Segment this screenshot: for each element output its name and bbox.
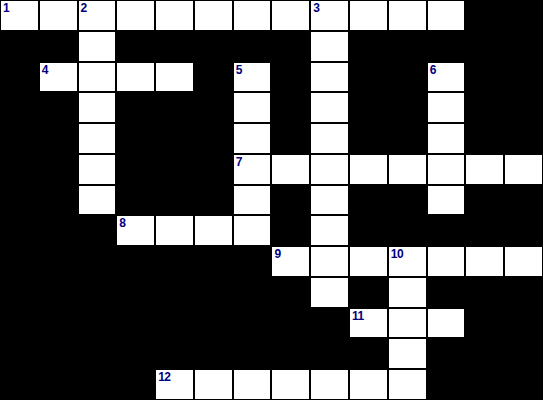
cell-r11c11[interactable] (388, 308, 427, 339)
block-r3c1 (0, 62, 39, 93)
block-r8c3 (78, 215, 117, 246)
cell-r13c11[interactable] (388, 369, 427, 400)
block-r7c10 (349, 185, 388, 216)
block-r2c2 (39, 31, 78, 62)
cell-r6c7[interactable]: 7 (233, 154, 272, 185)
cell-r8c7[interactable] (233, 215, 272, 246)
cell-r6c3[interactable] (78, 154, 117, 185)
block-r3c14 (504, 62, 543, 93)
block-r12c13 (465, 338, 504, 369)
cell-r6c13[interactable] (465, 154, 504, 185)
block-r11c3 (78, 308, 117, 339)
block-r13c3 (78, 369, 117, 400)
block-r10c14 (504, 277, 543, 308)
cell-r1c11[interactable] (388, 0, 427, 31)
block-r11c5 (155, 308, 194, 339)
block-r8c1 (0, 215, 39, 246)
block-r10c5 (155, 277, 194, 308)
cell-r13c10[interactable] (349, 369, 388, 400)
cell-r13c6[interactable] (194, 369, 233, 400)
cell-r3c9[interactable] (310, 62, 349, 93)
block-r3c13 (465, 62, 504, 93)
cell-r1c12[interactable] (427, 0, 466, 31)
block-r11c9 (310, 308, 349, 339)
block-r13c13 (465, 369, 504, 400)
cell-r10c11[interactable] (388, 277, 427, 308)
block-r4c8 (271, 92, 310, 123)
cell-r3c5[interactable] (155, 62, 194, 93)
cell-r3c4[interactable] (116, 62, 155, 93)
block-r2c13 (465, 31, 504, 62)
cell-r3c3[interactable] (78, 62, 117, 93)
block-r2c11 (388, 31, 427, 62)
block-r8c13 (465, 215, 504, 246)
block-r9c2 (39, 246, 78, 277)
block-r2c4 (116, 31, 155, 62)
crossword-puzzle: 123456789101112 (0, 0, 543, 400)
clue-number-5: 5 (236, 64, 242, 76)
cell-r9c14[interactable] (504, 246, 543, 277)
cell-r4c3[interactable] (78, 92, 117, 123)
block-r12c8 (271, 338, 310, 369)
cell-r4c7[interactable] (233, 92, 272, 123)
clue-number-11: 11 (352, 310, 364, 322)
block-r3c11 (388, 62, 427, 93)
block-r12c4 (116, 338, 155, 369)
block-r5c4 (116, 123, 155, 154)
block-r11c14 (504, 308, 543, 339)
cell-r6c9[interactable] (310, 154, 349, 185)
block-r4c10 (349, 92, 388, 123)
cell-r1c4[interactable] (116, 0, 155, 31)
block-r9c1 (0, 246, 39, 277)
block-r4c4 (116, 92, 155, 123)
block-r6c4 (116, 154, 155, 185)
block-r9c7 (233, 246, 272, 277)
block-r8c10 (349, 215, 388, 246)
block-r8c11 (388, 215, 427, 246)
cell-r1c10[interactable] (349, 0, 388, 31)
cell-r9c10[interactable] (349, 246, 388, 277)
block-r11c8 (271, 308, 310, 339)
block-r5c5 (155, 123, 194, 154)
cell-r11c12[interactable] (427, 308, 466, 339)
block-r1c14 (504, 0, 543, 31)
cell-r6c8[interactable] (271, 154, 310, 185)
block-r10c1 (0, 277, 39, 308)
block-r10c4 (116, 277, 155, 308)
block-r11c1 (0, 308, 39, 339)
block-r2c14 (504, 31, 543, 62)
cell-r10c9[interactable] (310, 277, 349, 308)
block-r11c13 (465, 308, 504, 339)
cell-r1c5[interactable] (155, 0, 194, 31)
clue-number-7: 7 (236, 156, 242, 168)
block-r10c6 (194, 277, 233, 308)
cell-r5c12[interactable] (427, 123, 466, 154)
block-r10c10 (349, 277, 388, 308)
cell-r1c8[interactable] (271, 0, 310, 31)
cell-r2c3[interactable] (78, 31, 117, 62)
block-r12c9 (310, 338, 349, 369)
cell-r1c2[interactable] (39, 0, 78, 31)
block-r4c13 (465, 92, 504, 123)
block-r5c11 (388, 123, 427, 154)
block-r12c6 (194, 338, 233, 369)
block-r5c13 (465, 123, 504, 154)
block-r8c14 (504, 215, 543, 246)
cell-r13c5[interactable]: 12 (155, 369, 194, 400)
block-r2c5 (155, 31, 194, 62)
block-r8c12 (427, 215, 466, 246)
block-r7c6 (194, 185, 233, 216)
block-r7c1 (0, 185, 39, 216)
cell-r5c3[interactable] (78, 123, 117, 154)
cell-r9c8[interactable]: 9 (271, 246, 310, 277)
block-r11c2 (39, 308, 78, 339)
block-r10c8 (271, 277, 310, 308)
block-r12c2 (39, 338, 78, 369)
clue-number-6: 6 (430, 64, 436, 76)
clue-number-2: 2 (81, 2, 87, 14)
cell-r8c5[interactable] (155, 215, 194, 246)
block-r7c8 (271, 185, 310, 216)
block-r4c5 (155, 92, 194, 123)
cell-r7c12[interactable] (427, 185, 466, 216)
block-r5c2 (39, 123, 78, 154)
cell-r3c12[interactable]: 6 (427, 62, 466, 93)
cell-r2c9[interactable] (310, 31, 349, 62)
cell-r1c1[interactable]: 1 (0, 0, 39, 31)
block-r5c10 (349, 123, 388, 154)
block-r5c6 (194, 123, 233, 154)
block-r13c1 (0, 369, 39, 400)
block-r3c8 (271, 62, 310, 93)
cell-r7c3[interactable] (78, 185, 117, 216)
block-r4c14 (504, 92, 543, 123)
cell-r13c8[interactable] (271, 369, 310, 400)
block-r2c7 (233, 31, 272, 62)
clue-number-4: 4 (42, 64, 48, 76)
block-r10c7 (233, 277, 272, 308)
cell-r13c9[interactable] (310, 369, 349, 400)
block-r1c13 (465, 0, 504, 31)
block-r6c2 (39, 154, 78, 185)
block-r5c14 (504, 123, 543, 154)
block-r7c13 (465, 185, 504, 216)
cell-r4c9[interactable] (310, 92, 349, 123)
block-r2c12 (427, 31, 466, 62)
block-r3c10 (349, 62, 388, 93)
block-r7c5 (155, 185, 194, 216)
cell-r5c9[interactable] (310, 123, 349, 154)
block-r13c12 (427, 369, 466, 400)
block-r7c14 (504, 185, 543, 216)
cell-r3c2[interactable]: 4 (39, 62, 78, 93)
cell-r11c10[interactable]: 11 (349, 308, 388, 339)
clue-number-10: 10 (391, 248, 403, 260)
cell-r5c7[interactable] (233, 123, 272, 154)
cell-r9c13[interactable] (465, 246, 504, 277)
block-r4c2 (39, 92, 78, 123)
block-r7c11 (388, 185, 427, 216)
block-r12c7 (233, 338, 272, 369)
block-r9c3 (78, 246, 117, 277)
block-r13c4 (116, 369, 155, 400)
cell-r1c7[interactable] (233, 0, 272, 31)
block-r12c14 (504, 338, 543, 369)
block-r10c12 (427, 277, 466, 308)
block-r4c6 (194, 92, 233, 123)
cell-r9c12[interactable] (427, 246, 466, 277)
block-r9c6 (194, 246, 233, 277)
crossword-grid: 123456789101112 (0, 0, 543, 400)
block-r2c1 (0, 31, 39, 62)
block-r5c1 (0, 123, 39, 154)
cell-r1c9[interactable]: 3 (310, 0, 349, 31)
block-r8c2 (39, 215, 78, 246)
clue-number-8: 8 (119, 217, 125, 229)
block-r13c14 (504, 369, 543, 400)
block-r7c2 (39, 185, 78, 216)
clue-number-3: 3 (313, 2, 319, 14)
block-r2c6 (194, 31, 233, 62)
cell-r6c11[interactable] (388, 154, 427, 185)
block-r12c12 (427, 338, 466, 369)
block-r12c10 (349, 338, 388, 369)
block-r10c13 (465, 277, 504, 308)
cell-r7c9[interactable] (310, 185, 349, 216)
clue-number-12: 12 (158, 371, 170, 383)
block-r6c6 (194, 154, 233, 185)
block-r4c11 (388, 92, 427, 123)
block-r8c8 (271, 215, 310, 246)
cell-r1c6[interactable] (194, 0, 233, 31)
block-r12c1 (0, 338, 39, 369)
cell-r6c12[interactable] (427, 154, 466, 185)
block-r4c1 (0, 92, 39, 123)
block-r3c6 (194, 62, 233, 93)
block-r11c7 (233, 308, 272, 339)
block-r11c6 (194, 308, 233, 339)
block-r12c5 (155, 338, 194, 369)
block-r10c2 (39, 277, 78, 308)
block-r9c5 (155, 246, 194, 277)
block-r12c3 (78, 338, 117, 369)
cell-r4c12[interactable] (427, 92, 466, 123)
clue-number-9: 9 (274, 248, 280, 260)
cell-r3c7[interactable]: 5 (233, 62, 272, 93)
block-r6c5 (155, 154, 194, 185)
cell-r6c10[interactable] (349, 154, 388, 185)
block-r11c4 (116, 308, 155, 339)
block-r10c3 (78, 277, 117, 308)
block-r9c4 (116, 246, 155, 277)
cell-r9c9[interactable] (310, 246, 349, 277)
block-r2c10 (349, 31, 388, 62)
cell-r12c11[interactable] (388, 338, 427, 369)
block-r5c8 (271, 123, 310, 154)
block-r13c2 (39, 369, 78, 400)
clue-number-1: 1 (3, 2, 9, 14)
cell-r6c14[interactable] (504, 154, 543, 185)
block-r6c1 (0, 154, 39, 185)
block-r7c4 (116, 185, 155, 216)
cell-r8c4[interactable]: 8 (116, 215, 155, 246)
cell-r7c7[interactable] (233, 185, 272, 216)
cell-r13c7[interactable] (233, 369, 272, 400)
cell-r9c11[interactable]: 10 (388, 246, 427, 277)
cell-r1c3[interactable]: 2 (78, 0, 117, 31)
cell-r8c6[interactable] (194, 215, 233, 246)
block-r2c8 (271, 31, 310, 62)
cell-r8c9[interactable] (310, 215, 349, 246)
